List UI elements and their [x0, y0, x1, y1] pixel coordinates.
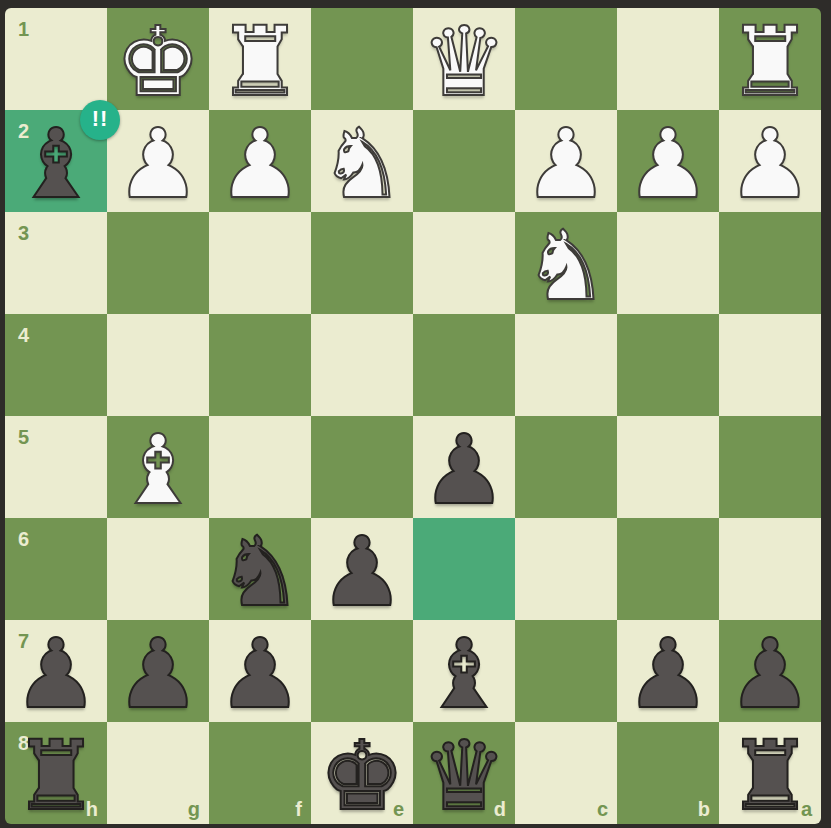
brilliant-move-label: !! — [92, 108, 109, 130]
piece-black-pawn-d5[interactable]: ♟ — [413, 416, 515, 518]
rank-label-4: 4 — [18, 325, 29, 345]
piece-white-knight-c3[interactable]: ♞ — [515, 212, 617, 314]
square-a1[interactable]: ♜ — [719, 8, 821, 110]
square-f8[interactable]: f — [209, 722, 311, 824]
file-label-b: b — [698, 799, 710, 819]
square-f1[interactable]: ♜ — [209, 8, 311, 110]
square-h4[interactable]: 4 — [5, 314, 107, 416]
rank-label-6: 6 — [18, 529, 29, 549]
square-a6[interactable] — [719, 518, 821, 620]
square-h7[interactable]: 7♟ — [5, 620, 107, 722]
square-e2[interactable]: ♞ — [311, 110, 413, 212]
piece-white-knight-e2[interactable]: ♞ — [311, 110, 413, 212]
piece-black-rook-h8[interactable]: ♜ — [5, 722, 107, 824]
square-c4[interactable] — [515, 314, 617, 416]
piece-black-pawn-b7[interactable]: ♟ — [617, 620, 719, 722]
piece-black-pawn-f7[interactable]: ♟ — [209, 620, 311, 722]
square-d8[interactable]: d♛ — [413, 722, 515, 824]
square-g3[interactable] — [107, 212, 209, 314]
square-g7[interactable]: ♟ — [107, 620, 209, 722]
square-a3[interactable] — [719, 212, 821, 314]
piece-black-pawn-a7[interactable]: ♟ — [719, 620, 821, 722]
piece-black-pawn-g7[interactable]: ♟ — [107, 620, 209, 722]
square-c5[interactable] — [515, 416, 617, 518]
piece-black-rook-a8[interactable]: ♜ — [719, 722, 821, 824]
piece-white-pawn-b2[interactable]: ♟ — [617, 110, 719, 212]
square-b8[interactable]: b — [617, 722, 719, 824]
piece-black-knight-f6[interactable]: ♞ — [209, 518, 311, 620]
square-d2[interactable] — [413, 110, 515, 212]
piece-white-bishop-g5[interactable]: ♝ — [107, 416, 209, 518]
square-a8[interactable]: a♜ — [719, 722, 821, 824]
square-d6[interactable] — [413, 518, 515, 620]
square-b7[interactable]: ♟ — [617, 620, 719, 722]
piece-black-queen-d8[interactable]: ♛ — [413, 722, 515, 824]
square-c3[interactable]: ♞ — [515, 212, 617, 314]
piece-white-rook-f1[interactable]: ♜ — [209, 8, 311, 110]
file-label-f: f — [295, 799, 302, 819]
piece-white-rook-a1[interactable]: ♜ — [719, 8, 821, 110]
square-c1[interactable] — [515, 8, 617, 110]
square-h5[interactable]: 5 — [5, 416, 107, 518]
square-c8[interactable]: c — [515, 722, 617, 824]
rank-label-1: 1 — [18, 19, 29, 39]
square-f5[interactable] — [209, 416, 311, 518]
square-h6[interactable]: 6 — [5, 518, 107, 620]
square-b3[interactable] — [617, 212, 719, 314]
rank-label-5: 5 — [18, 427, 29, 447]
square-g2[interactable]: ♟ — [107, 110, 209, 212]
square-f3[interactable] — [209, 212, 311, 314]
rank-label-3: 3 — [18, 223, 29, 243]
piece-white-pawn-g2[interactable]: ♟ — [107, 110, 209, 212]
square-f2[interactable]: ♟ — [209, 110, 311, 212]
square-g4[interactable] — [107, 314, 209, 416]
piece-white-pawn-f2[interactable]: ♟ — [209, 110, 311, 212]
square-e3[interactable] — [311, 212, 413, 314]
square-e7[interactable] — [311, 620, 413, 722]
square-b1[interactable] — [617, 8, 719, 110]
square-b2[interactable]: ♟ — [617, 110, 719, 212]
square-c6[interactable] — [515, 518, 617, 620]
square-b6[interactable] — [617, 518, 719, 620]
square-a5[interactable] — [719, 416, 821, 518]
square-g8[interactable]: g — [107, 722, 209, 824]
file-label-c: c — [597, 799, 608, 819]
piece-black-pawn-e6[interactable]: ♟ — [311, 518, 413, 620]
square-d1[interactable]: ♛ — [413, 8, 515, 110]
square-d5[interactable]: ♟ — [413, 416, 515, 518]
square-e8[interactable]: e♚ — [311, 722, 413, 824]
square-e5[interactable] — [311, 416, 413, 518]
brilliant-move-badge: !! — [80, 100, 120, 140]
square-a7[interactable]: ♟ — [719, 620, 821, 722]
square-a2[interactable]: ♟ — [719, 110, 821, 212]
square-d4[interactable] — [413, 314, 515, 416]
square-b4[interactable] — [617, 314, 719, 416]
square-f6[interactable]: ♞ — [209, 518, 311, 620]
square-h3[interactable]: 3 — [5, 212, 107, 314]
square-g5[interactable]: ♝ — [107, 416, 209, 518]
square-e1[interactable] — [311, 8, 413, 110]
square-a4[interactable] — [719, 314, 821, 416]
square-h1[interactable]: 1 — [5, 8, 107, 110]
square-h8[interactable]: 8h♜ — [5, 722, 107, 824]
square-g6[interactable] — [107, 518, 209, 620]
piece-black-bishop-d7[interactable]: ♝ — [413, 620, 515, 722]
square-f7[interactable]: ♟ — [209, 620, 311, 722]
square-g1[interactable]: ♚ — [107, 8, 209, 110]
piece-white-pawn-c2[interactable]: ♟ — [515, 110, 617, 212]
square-c7[interactable] — [515, 620, 617, 722]
piece-black-king-e8[interactable]: ♚ — [311, 722, 413, 824]
square-b5[interactable] — [617, 416, 719, 518]
square-e6[interactable]: ♟ — [311, 518, 413, 620]
square-d3[interactable] — [413, 212, 515, 314]
piece-white-queen-d1[interactable]: ♛ — [413, 8, 515, 110]
piece-black-pawn-h7[interactable]: ♟ — [5, 620, 107, 722]
file-label-g: g — [188, 799, 200, 819]
chess-board: !! 1♚♜♛♜2♝♟♟♞♟♟♟3♞45♝♟6♞♟7♟♟♟♝♟♟8h♜gfe♚d… — [5, 8, 821, 824]
square-f4[interactable] — [209, 314, 311, 416]
square-d7[interactable]: ♝ — [413, 620, 515, 722]
square-e4[interactable] — [311, 314, 413, 416]
piece-white-king-g1[interactable]: ♚ — [107, 8, 209, 110]
square-c2[interactable]: ♟ — [515, 110, 617, 212]
piece-white-pawn-a2[interactable]: ♟ — [719, 110, 821, 212]
